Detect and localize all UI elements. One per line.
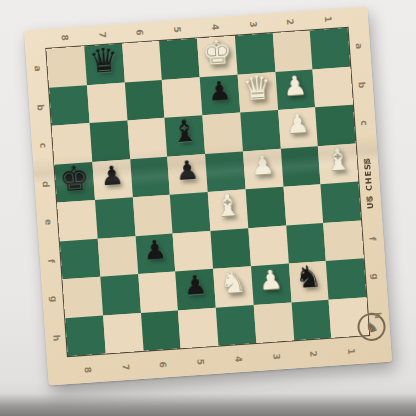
- square-d2: [280, 146, 320, 187]
- square-a1: [310, 28, 350, 69]
- rank-label-bottom-2: 2: [308, 349, 319, 360]
- square-a7: ♛: [84, 44, 124, 85]
- square-b6: [124, 79, 164, 120]
- square-c5: ♝: [165, 115, 205, 156]
- file-label-left-c: c: [38, 140, 49, 151]
- rank-label-top-4: 4: [210, 22, 221, 33]
- square-b5: [162, 77, 202, 118]
- square-c6: [127, 118, 167, 159]
- square-e8: [57, 200, 97, 241]
- square-h3: [253, 302, 293, 343]
- piece-bQ-a7: ♛: [88, 43, 120, 78]
- square-c7: [89, 120, 129, 161]
- square-e2: [283, 184, 323, 225]
- square-d4: [205, 151, 245, 192]
- square-c4: [202, 113, 242, 154]
- photo-scene: ♛♚♟♛♟♝♟♚♟♟♟♝♝♟♟♞♟♞ US CHESS ♞ 8765432187…: [0, 0, 416, 416]
- rank-label-bottom-8: 8: [82, 364, 93, 375]
- square-e1: [321, 181, 361, 222]
- square-b7: [87, 82, 127, 123]
- file-label-right-h: h: [372, 310, 383, 321]
- piece-bB-c5: ♝: [170, 116, 199, 148]
- square-f8: [60, 238, 100, 279]
- square-d1: ♝: [318, 143, 358, 184]
- file-label-right-b: b: [356, 79, 367, 90]
- piece-bP-d5: ♟: [175, 156, 200, 184]
- file-label-left-g: g: [48, 294, 59, 305]
- rank-label-top-7: 7: [97, 30, 108, 41]
- square-d3: ♟: [243, 148, 283, 189]
- piece-wK-a4: ♚: [200, 34, 233, 70]
- square-f5: [173, 230, 213, 271]
- square-f2: [286, 223, 326, 264]
- rank-label-bottom-1: 1: [346, 346, 357, 357]
- square-a8: [46, 46, 86, 87]
- rank-label-top-3: 3: [247, 19, 258, 30]
- rank-label-bottom-4: 4: [233, 354, 244, 365]
- square-g2: ♞: [288, 261, 328, 302]
- square-b1: [313, 66, 353, 107]
- file-label-right-f: f: [367, 233, 378, 244]
- rank-label-top-5: 5: [172, 24, 183, 35]
- square-g7: [100, 274, 140, 315]
- square-g4: ♞: [213, 266, 253, 307]
- square-c3: [240, 110, 280, 151]
- piece-wQ-b3: ♛: [241, 71, 273, 106]
- rank-label-top-6: 6: [134, 27, 145, 38]
- square-h8: [65, 315, 105, 356]
- square-d7: ♟: [92, 159, 132, 200]
- square-d6: [130, 156, 170, 197]
- square-g6: [138, 271, 178, 312]
- square-b4: ♟: [200, 74, 240, 115]
- piece-bP-d7: ♟: [99, 162, 124, 190]
- piece-wB-e4: ♝: [213, 190, 242, 222]
- file-label-left-f: f: [46, 256, 57, 267]
- piece-wB-d1: ♝: [323, 144, 352, 176]
- square-a4: ♚: [197, 36, 237, 77]
- file-label-right-a: a: [354, 41, 365, 52]
- square-b8: [49, 85, 89, 126]
- square-f1: [323, 220, 363, 261]
- square-d8: ♚: [54, 162, 94, 203]
- square-c2: ♟: [278, 107, 318, 148]
- piece-bP-g5: ♟: [183, 272, 208, 300]
- square-e4: ♝: [208, 189, 248, 230]
- file-label-left-a: a: [32, 63, 43, 74]
- square-e7: [95, 197, 135, 238]
- square-g8: [62, 277, 102, 318]
- square-b3: ♛: [237, 72, 277, 113]
- file-label-right-g: g: [370, 271, 381, 282]
- piece-wP-g3: ♟: [258, 266, 283, 294]
- square-g5: ♟: [175, 269, 215, 310]
- piece-wN-g4: ♞: [219, 267, 248, 299]
- square-h6: [140, 310, 180, 351]
- file-label-right-c: c: [359, 118, 370, 129]
- rank-label-bottom-3: 3: [271, 351, 282, 362]
- rank-label-bottom-6: 6: [158, 359, 169, 370]
- file-label-right-e: e: [364, 195, 375, 206]
- file-label-right-d: d: [362, 156, 373, 167]
- file-label-left-b: b: [35, 102, 46, 113]
- rank-label-bottom-5: 5: [195, 357, 206, 368]
- table-edge-shadow: [0, 394, 416, 416]
- piece-bN-g2: ♞: [294, 262, 323, 294]
- square-a2: [272, 30, 312, 71]
- square-g3: ♟: [251, 264, 291, 305]
- piece-wP-c2: ♟: [285, 110, 310, 138]
- piece-bP-b4: ♟: [207, 77, 232, 105]
- chess-board-grid: ♛♚♟♛♟♝♟♚♟♟♟♝♝♟♟♞♟♞: [46, 28, 369, 356]
- square-a5: [159, 38, 199, 79]
- file-label-left-h: h: [51, 332, 62, 343]
- rank-label-top-2: 2: [285, 16, 296, 27]
- piece-bP-f6: ♟: [142, 236, 167, 264]
- rank-label-top-1: 1: [323, 14, 334, 25]
- square-f6: ♟: [135, 233, 175, 274]
- vinyl-chess-board: ♛♚♟♛♟♝♟♚♟♟♟♝♝♟♟♞♟♞ US CHESS ♞ 8765432187…: [24, 6, 392, 385]
- square-g1: [326, 258, 366, 299]
- square-h5: [178, 307, 218, 348]
- square-e6: [132, 195, 172, 236]
- file-label-left-e: e: [43, 217, 54, 228]
- square-d5: ♟: [167, 154, 207, 195]
- square-h2: [291, 299, 331, 340]
- square-h4: [216, 305, 256, 346]
- square-c1: [315, 105, 355, 146]
- rank-label-top-8: 8: [59, 32, 70, 43]
- piece-bK-d8: ♚: [58, 160, 91, 196]
- square-b2: ♟: [275, 69, 315, 110]
- square-e5: [170, 192, 210, 233]
- piece-wP-d3: ♟: [250, 151, 275, 179]
- piece-wP-b2: ♟: [282, 72, 307, 100]
- rank-label-bottom-7: 7: [120, 362, 131, 373]
- square-e3: [245, 187, 285, 228]
- square-f3: [248, 225, 288, 266]
- square-f4: [210, 228, 250, 269]
- square-f7: [97, 236, 137, 277]
- square-h7: [103, 312, 143, 353]
- file-label-left-d: d: [40, 179, 51, 190]
- square-a6: [122, 41, 162, 82]
